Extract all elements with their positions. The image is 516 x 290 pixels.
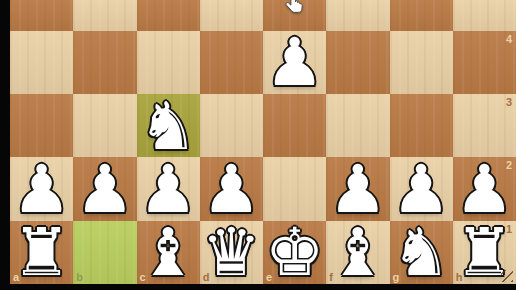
square-b5[interactable] (73, 0, 136, 31)
file-label-b: b (76, 271, 83, 283)
square-b1[interactable]: b (73, 221, 136, 284)
square-g3[interactable] (390, 94, 453, 157)
chess-app-window: ♟4♞3♟♟♟♟♟♟♟2♜ab♝c♛d♚e♝f♞g♜h1 (0, 0, 516, 290)
square-e3[interactable] (263, 94, 326, 157)
square-b4[interactable] (73, 31, 136, 94)
square-f5[interactable] (326, 0, 389, 31)
square-e2[interactable] (263, 157, 326, 220)
square-g1[interactable]: ♞g (390, 221, 453, 284)
piece-wR-a1[interactable]: ♜ (10, 221, 73, 284)
square-c3[interactable]: ♞ (137, 94, 200, 157)
piece-wQ-d1[interactable]: ♛ (200, 221, 263, 284)
board-resize-handle[interactable] (501, 270, 513, 282)
square-h3[interactable]: 3 (453, 94, 516, 157)
square-b2[interactable]: ♟ (73, 157, 136, 220)
square-d1[interactable]: ♛d (200, 221, 263, 284)
square-a5[interactable] (10, 0, 73, 31)
piece-wP-c2[interactable]: ♟ (137, 157, 200, 220)
square-f4[interactable] (326, 31, 389, 94)
square-f1[interactable]: ♝f (326, 221, 389, 284)
square-c1[interactable]: ♝c (137, 221, 200, 284)
piece-wN-g1[interactable]: ♞ (390, 221, 453, 284)
square-g2[interactable]: ♟ (390, 157, 453, 220)
square-a1[interactable]: ♜a (10, 221, 73, 284)
square-f3[interactable] (326, 94, 389, 157)
square-f2[interactable]: ♟ (326, 157, 389, 220)
square-d2[interactable]: ♟ (200, 157, 263, 220)
piece-wB-f1[interactable]: ♝ (326, 221, 389, 284)
square-d4[interactable] (200, 31, 263, 94)
piece-wP-g2[interactable]: ♟ (390, 157, 453, 220)
square-e1[interactable]: ♚e (263, 221, 326, 284)
piece-wP-h2[interactable]: ♟ (453, 157, 516, 220)
rank-label-4: 4 (506, 33, 512, 45)
square-d5[interactable] (200, 0, 263, 31)
square-c5[interactable] (137, 0, 200, 31)
piece-wP-e4[interactable]: ♟ (263, 31, 326, 94)
square-h2[interactable]: ♟2 (453, 157, 516, 220)
piece-wB-c1[interactable]: ♝ (137, 221, 200, 284)
piece-wN-c3[interactable]: ♞ (137, 94, 200, 157)
piece-wK-e1[interactable]: ♚ (263, 221, 326, 284)
piece-wP-f2[interactable]: ♟ (326, 157, 389, 220)
square-a4[interactable] (10, 31, 73, 94)
square-b3[interactable] (73, 94, 136, 157)
piece-wP-a2[interactable]: ♟ (10, 157, 73, 220)
piece-wP-d2[interactable]: ♟ (200, 157, 263, 220)
piece-wP-b2[interactable]: ♟ (73, 157, 136, 220)
square-g4[interactable] (390, 31, 453, 94)
square-c2[interactable]: ♟ (137, 157, 200, 220)
square-e4[interactable]: ♟ (263, 31, 326, 94)
rank-label-3: 3 (506, 96, 512, 108)
square-a3[interactable] (10, 94, 73, 157)
square-d3[interactable] (200, 94, 263, 157)
square-c4[interactable] (137, 31, 200, 94)
square-a2[interactable]: ♟ (10, 157, 73, 220)
square-h5[interactable] (453, 0, 516, 31)
chess-board: ♟4♞3♟♟♟♟♟♟♟2♜ab♝c♛d♚e♝f♞g♜h1 (10, 0, 516, 284)
square-g5[interactable] (390, 0, 453, 31)
square-h4[interactable]: 4 (453, 31, 516, 94)
